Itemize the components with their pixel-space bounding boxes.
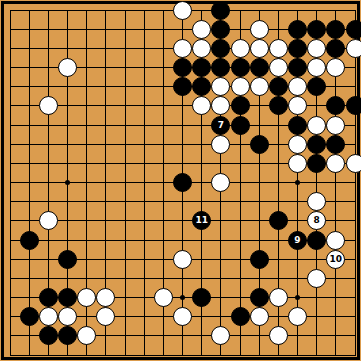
black-stone[interactable]: [250, 135, 269, 154]
move-number-label: 7: [218, 121, 224, 130]
move-number-label: 10: [330, 255, 343, 264]
star-point: [180, 295, 185, 300]
move-number-label: 9: [294, 236, 300, 245]
black-stone[interactable]: [326, 135, 345, 154]
white-stone[interactable]: [326, 116, 345, 135]
white-stone[interactable]: [250, 307, 269, 326]
white-stone[interactable]: [231, 39, 250, 58]
black-stone[interactable]: [231, 307, 250, 326]
grid-line-horizontal: [10, 278, 356, 279]
black-stone[interactable]: [58, 250, 77, 269]
star-point: [65, 180, 70, 185]
white-stone[interactable]: [211, 135, 230, 154]
go-board[interactable]: 7118910: [0, 0, 361, 361]
black-stone[interactable]: [20, 231, 39, 250]
white-stone[interactable]: [173, 1, 192, 20]
black-stone[interactable]: [346, 20, 361, 39]
white-stone[interactable]: [346, 39, 361, 58]
white-stone[interactable]: 10: [326, 250, 345, 269]
white-stone[interactable]: [231, 77, 250, 96]
grid-line-horizontal: [10, 220, 356, 221]
white-stone[interactable]: [307, 269, 326, 288]
black-stone[interactable]: 9: [288, 231, 307, 250]
black-stone[interactable]: [269, 77, 288, 96]
black-stone[interactable]: [20, 307, 39, 326]
white-stone[interactable]: [269, 58, 288, 77]
white-stone[interactable]: [326, 231, 345, 250]
white-stone[interactable]: [307, 116, 326, 135]
white-stone[interactable]: [288, 154, 307, 173]
black-stone[interactable]: [39, 288, 58, 307]
white-stone[interactable]: [269, 39, 288, 58]
grid-line-vertical: [355, 10, 356, 356]
black-stone[interactable]: [211, 1, 230, 20]
white-stone[interactable]: [39, 307, 58, 326]
black-stone[interactable]: [173, 58, 192, 77]
white-stone[interactable]: [269, 288, 288, 307]
white-stone[interactable]: [288, 135, 307, 154]
black-stone[interactable]: [231, 96, 250, 115]
black-stone[interactable]: [307, 154, 326, 173]
white-stone[interactable]: [173, 39, 192, 58]
black-stone[interactable]: [307, 231, 326, 250]
black-stone[interactable]: [231, 116, 250, 135]
black-stone[interactable]: [307, 20, 326, 39]
black-stone[interactable]: [288, 58, 307, 77]
black-stone[interactable]: [250, 58, 269, 77]
white-stone[interactable]: [307, 39, 326, 58]
black-stone[interactable]: [250, 288, 269, 307]
white-stone[interactable]: [346, 154, 361, 173]
white-stone[interactable]: [250, 20, 269, 39]
white-stone[interactable]: [192, 20, 211, 39]
white-stone[interactable]: [58, 58, 77, 77]
black-stone[interactable]: [307, 135, 326, 154]
white-stone[interactable]: [154, 288, 173, 307]
black-stone[interactable]: [288, 20, 307, 39]
grid-line-horizontal: [10, 355, 356, 356]
white-stone[interactable]: [192, 39, 211, 58]
white-stone[interactable]: [173, 250, 192, 269]
black-stone[interactable]: [58, 288, 77, 307]
black-stone[interactable]: [288, 39, 307, 58]
black-stone[interactable]: [288, 116, 307, 135]
black-stone[interactable]: 7: [211, 116, 230, 135]
black-stone[interactable]: [173, 173, 192, 192]
black-stone[interactable]: [250, 250, 269, 269]
black-stone[interactable]: [211, 20, 230, 39]
star-point: [295, 295, 300, 300]
black-stone[interactable]: [231, 58, 250, 77]
move-number-label: 11: [195, 216, 208, 225]
black-stone[interactable]: [326, 20, 345, 39]
star-point: [295, 180, 300, 185]
white-stone[interactable]: [250, 77, 269, 96]
move-number-label: 8: [314, 216, 320, 225]
grid-line-horizontal: [10, 201, 356, 202]
white-stone[interactable]: [250, 39, 269, 58]
